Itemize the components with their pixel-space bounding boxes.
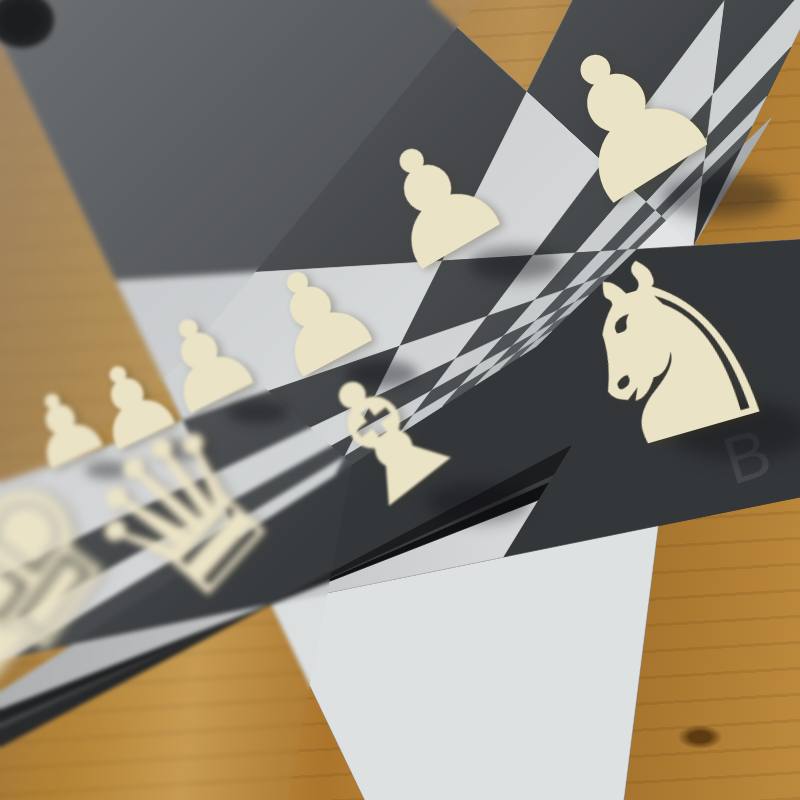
chessboard-photo: Angled close-up photo of a magnetic trav…: [0, 0, 800, 800]
